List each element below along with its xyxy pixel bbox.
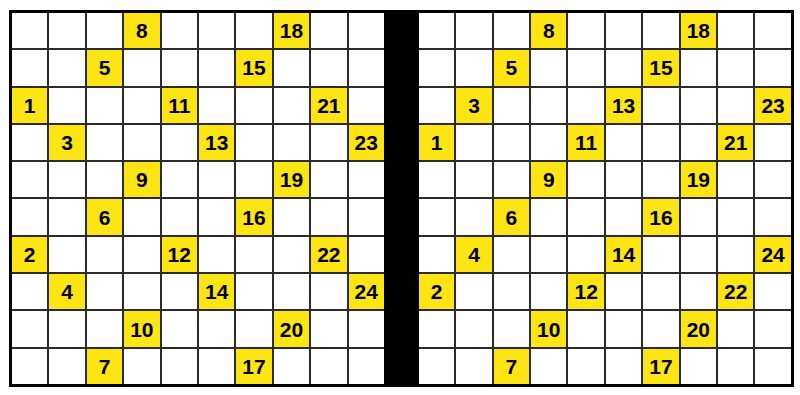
right-cell-r0c1-empty[interactable]	[456, 13, 491, 48]
left-cell-r7c1-clue: 4	[49, 274, 84, 309]
left-cell-r1c6-clue: 15	[236, 50, 271, 85]
right-cell-r2c8-empty[interactable]	[718, 88, 753, 123]
right-cell-r6c1-clue: 4	[456, 237, 491, 272]
right-cell-r1c6-clue: 15	[643, 50, 678, 85]
right-cell-r0c6-empty[interactable]	[643, 13, 678, 48]
right-cell-r8c4-empty[interactable]	[568, 311, 603, 346]
right-cell-r0c3-clue: 8	[531, 13, 566, 48]
left-cell-r0c5-empty[interactable]	[199, 13, 234, 48]
left-cell-r2c9-empty[interactable]	[349, 88, 384, 123]
right-cell-r7c8-clue: 22	[718, 274, 753, 309]
right-cell-r7c7-empty[interactable]	[681, 274, 716, 309]
left-cell-r3c1-clue: 3	[49, 125, 84, 160]
right-cell-r3c2-empty[interactable]	[494, 125, 529, 160]
right-cell-r9c3-empty[interactable]	[531, 349, 566, 384]
left-cell-r5c1-empty[interactable]	[49, 199, 84, 234]
right-cell-r1c3-empty[interactable]	[531, 50, 566, 85]
left-cell-r2c3-empty[interactable]	[124, 88, 159, 123]
right-cell-r4c7-clue: 19	[681, 162, 716, 197]
right-cell-r8c8-empty[interactable]	[718, 311, 753, 346]
left-cell-r4c3-clue: 9	[124, 162, 159, 197]
left-cell-r0c9-empty[interactable]	[349, 13, 384, 48]
right-cell-r7c3-empty[interactable]	[531, 274, 566, 309]
right-cell-r9c5-empty[interactable]	[606, 349, 641, 384]
right-cell-r6c4-empty[interactable]	[568, 237, 603, 272]
left-cell-r6c4-clue: 12	[162, 237, 197, 272]
right-cell-r9c7-empty[interactable]	[681, 349, 716, 384]
right-cell-r8c5-empty[interactable]	[606, 311, 641, 346]
right-cell-r6c3-empty[interactable]	[531, 237, 566, 272]
right-puzzle-grid: 818515313231112191961641424212221020717	[416, 10, 794, 387]
left-cell-r9c2-clue: 7	[87, 349, 122, 384]
right-cell-r3c7-empty[interactable]	[681, 125, 716, 160]
left-cell-r4c8-empty[interactable]	[311, 162, 346, 197]
left-cell-r7c2-empty[interactable]	[87, 274, 122, 309]
right-cell-r2c6-empty[interactable]	[643, 88, 678, 123]
right-cell-r8c1-empty[interactable]	[456, 311, 491, 346]
left-cell-r8c5-empty[interactable]	[199, 311, 234, 346]
right-cell-r4c3-clue: 9	[531, 162, 566, 197]
left-cell-r4c4-empty[interactable]	[162, 162, 197, 197]
right-cell-r1c1-empty[interactable]	[456, 50, 491, 85]
left-cell-r1c3-empty[interactable]	[124, 50, 159, 85]
right-cell-r9c2-clue: 7	[494, 349, 529, 384]
left-cell-r9c1-empty[interactable]	[49, 349, 84, 384]
right-cell-r7c5-empty[interactable]	[606, 274, 641, 309]
right-cell-r6c6-empty[interactable]	[643, 237, 678, 272]
right-cell-r5c5-empty[interactable]	[606, 199, 641, 234]
right-cell-r2c3-empty[interactable]	[531, 88, 566, 123]
left-cell-r7c3-empty[interactable]	[124, 274, 159, 309]
right-cell-r3c5-empty[interactable]	[606, 125, 641, 160]
left-cell-r8c1-empty[interactable]	[49, 311, 84, 346]
right-cell-r0c7-clue: 18	[681, 13, 716, 48]
right-cell-r1c8-empty[interactable]	[718, 50, 753, 85]
right-cell-r1c5-empty[interactable]	[606, 50, 641, 85]
right-cell-r7c0-clue: 2	[419, 274, 454, 309]
right-cell-r0c5-empty[interactable]	[606, 13, 641, 48]
right-cell-r2c1-clue: 3	[456, 88, 491, 123]
right-cell-r3c3-empty[interactable]	[531, 125, 566, 160]
left-cell-r1c2-clue: 5	[87, 50, 122, 85]
left-cell-r6c0-clue: 2	[12, 237, 47, 272]
right-cell-r0c2-empty[interactable]	[494, 13, 529, 48]
right-cell-r1c2-clue: 5	[494, 50, 529, 85]
left-cell-r6c6-empty[interactable]	[236, 237, 271, 272]
left-cell-r3c4-empty[interactable]	[162, 125, 197, 160]
left-cell-r8c2-empty[interactable]	[87, 311, 122, 346]
left-cell-r2c0-clue: 1	[12, 88, 47, 123]
left-cell-r4c0-empty[interactable]	[12, 162, 47, 197]
left-cell-r9c3-empty[interactable]	[124, 349, 159, 384]
left-cell-r8c3-clue: 10	[124, 311, 159, 346]
left-cell-r4c2-empty[interactable]	[87, 162, 122, 197]
left-cell-r2c7-empty[interactable]	[274, 88, 309, 123]
left-cell-r3c3-empty[interactable]	[124, 125, 159, 160]
left-cell-r6c3-empty[interactable]	[124, 237, 159, 272]
left-cell-r7c9-clue: 24	[349, 274, 384, 309]
right-cell-r4c0-empty[interactable]	[419, 162, 454, 197]
right-cell-r4c4-empty[interactable]	[568, 162, 603, 197]
left-cell-r9c4-empty[interactable]	[162, 349, 197, 384]
right-cell-r9c8-empty[interactable]	[718, 349, 753, 384]
left-cell-r7c6-empty[interactable]	[236, 274, 271, 309]
left-cell-r8c8-empty[interactable]	[311, 311, 346, 346]
left-cell-r2c5-empty[interactable]	[199, 88, 234, 123]
right-cell-r4c1-empty[interactable]	[456, 162, 491, 197]
left-cell-r9c0-empty[interactable]	[12, 349, 47, 384]
center-divider	[387, 10, 416, 387]
right-cell-r3c8-clue: 21	[718, 125, 753, 160]
left-cell-r1c1-empty[interactable]	[49, 50, 84, 85]
right-cell-r2c9-clue: 23	[755, 88, 790, 123]
right-cell-r3c9-empty[interactable]	[755, 125, 790, 160]
right-cell-r9c0-empty[interactable]	[419, 349, 454, 384]
left-cell-r8c4-empty[interactable]	[162, 311, 197, 346]
right-cell-r1c4-empty[interactable]	[568, 50, 603, 85]
right-cell-r1c9-empty[interactable]	[755, 50, 790, 85]
right-cell-r8c3-clue: 10	[531, 311, 566, 346]
left-cell-r5c8-empty[interactable]	[311, 199, 346, 234]
right-cell-r5c9-empty[interactable]	[755, 199, 790, 234]
right-cell-r6c7-empty[interactable]	[681, 237, 716, 272]
left-cell-r7c7-empty[interactable]	[274, 274, 309, 309]
left-cell-r5c9-empty[interactable]	[349, 199, 384, 234]
left-cell-r5c6-clue: 16	[236, 199, 271, 234]
left-cell-r3c2-empty[interactable]	[87, 125, 122, 160]
right-cell-r4c2-empty[interactable]	[494, 162, 529, 197]
right-cell-r9c6-clue: 17	[643, 349, 678, 384]
right-cell-r5c8-empty[interactable]	[718, 199, 753, 234]
left-cell-r9c6-clue: 17	[236, 349, 271, 384]
right-cell-r2c7-empty[interactable]	[681, 88, 716, 123]
right-cell-r4c5-empty[interactable]	[606, 162, 641, 197]
left-cell-r4c9-empty[interactable]	[349, 162, 384, 197]
right-cell-r7c2-empty[interactable]	[494, 274, 529, 309]
right-cell-r3c0-clue: 1	[419, 125, 454, 160]
right-cell-r9c1-empty[interactable]	[456, 349, 491, 384]
left-cell-r9c5-empty[interactable]	[199, 349, 234, 384]
right-cell-r7c6-empty[interactable]	[643, 274, 678, 309]
right-cell-r0c0-empty[interactable]	[419, 13, 454, 48]
left-cell-r0c6-empty[interactable]	[236, 13, 271, 48]
left-cell-r1c7-empty[interactable]	[274, 50, 309, 85]
left-cell-r7c5-clue: 14	[199, 274, 234, 309]
left-cell-r8c7-clue: 20	[274, 311, 309, 346]
right-cell-r9c4-empty[interactable]	[568, 349, 603, 384]
left-cell-r7c0-empty[interactable]	[12, 274, 47, 309]
left-cell-r8c9-empty[interactable]	[349, 311, 384, 346]
puzzle-boards: 818515111213132391961621222414241020717 …	[9, 10, 794, 387]
left-cell-r5c5-empty[interactable]	[199, 199, 234, 234]
right-cell-r6c2-empty[interactable]	[494, 237, 529, 272]
left-cell-r4c7-clue: 19	[274, 162, 309, 197]
right-cell-r8c0-empty[interactable]	[419, 311, 454, 346]
right-cell-r2c2-empty[interactable]	[494, 88, 529, 123]
left-cell-r2c2-empty[interactable]	[87, 88, 122, 123]
left-cell-r0c7-clue: 18	[274, 13, 309, 48]
left-cell-r5c3-empty[interactable]	[124, 199, 159, 234]
right-cell-r6c9-clue: 24	[755, 237, 790, 272]
right-cell-r5c7-empty[interactable]	[681, 199, 716, 234]
left-cell-r4c6-empty[interactable]	[236, 162, 271, 197]
left-cell-r5c0-empty[interactable]	[12, 199, 47, 234]
right-cell-r3c1-empty[interactable]	[456, 125, 491, 160]
right-cell-r4c8-empty[interactable]	[718, 162, 753, 197]
left-cell-r2c6-empty[interactable]	[236, 88, 271, 123]
right-cell-r3c4-clue: 11	[568, 125, 603, 160]
right-cell-r5c6-clue: 16	[643, 199, 678, 234]
left-cell-r6c2-empty[interactable]	[87, 237, 122, 272]
left-cell-r6c8-clue: 22	[311, 237, 346, 272]
left-cell-r2c8-clue: 21	[311, 88, 346, 123]
left-cell-r3c5-clue: 13	[199, 125, 234, 160]
right-cell-r5c2-clue: 6	[494, 199, 529, 234]
left-cell-r3c0-empty[interactable]	[12, 125, 47, 160]
right-cell-r8c9-empty[interactable]	[755, 311, 790, 346]
right-cell-r8c2-empty[interactable]	[494, 311, 529, 346]
left-cell-r0c1-empty[interactable]	[49, 13, 84, 48]
left-cell-r1c0-empty[interactable]	[12, 50, 47, 85]
left-cell-r6c1-empty[interactable]	[49, 237, 84, 272]
left-cell-r9c7-empty[interactable]	[274, 349, 309, 384]
right-cell-r2c0-empty[interactable]	[419, 88, 454, 123]
right-cell-r8c6-empty[interactable]	[643, 311, 678, 346]
right-cell-r7c4-clue: 12	[568, 274, 603, 309]
left-cell-r4c5-empty[interactable]	[199, 162, 234, 197]
right-cell-r7c9-empty[interactable]	[755, 274, 790, 309]
left-cell-r0c4-empty[interactable]	[162, 13, 197, 48]
left-cell-r2c1-empty[interactable]	[49, 88, 84, 123]
left-cell-r0c3-clue: 8	[124, 13, 159, 48]
right-cell-r5c4-empty[interactable]	[568, 199, 603, 234]
right-cell-r2c4-empty[interactable]	[568, 88, 603, 123]
left-cell-r8c0-empty[interactable]	[12, 311, 47, 346]
right-cell-r2c5-clue: 13	[606, 88, 641, 123]
left-cell-r5c2-clue: 6	[87, 199, 122, 234]
left-cell-r7c4-empty[interactable]	[162, 274, 197, 309]
right-cell-r6c0-empty[interactable]	[419, 237, 454, 272]
right-cell-r1c0-empty[interactable]	[419, 50, 454, 85]
right-cell-r7c1-empty[interactable]	[456, 274, 491, 309]
left-cell-r4c1-empty[interactable]	[49, 162, 84, 197]
left-cell-r9c9-empty[interactable]	[349, 349, 384, 384]
left-cell-r1c5-empty[interactable]	[199, 50, 234, 85]
left-cell-r1c9-empty[interactable]	[349, 50, 384, 85]
left-cell-r0c2-empty[interactable]	[87, 13, 122, 48]
left-cell-r5c7-empty[interactable]	[274, 199, 309, 234]
left-cell-r3c8-empty[interactable]	[311, 125, 346, 160]
left-cell-r9c8-empty[interactable]	[311, 349, 346, 384]
puzzle-page: 818515111213132391961621222414241020717 …	[0, 0, 800, 395]
right-cell-r3c6-empty[interactable]	[643, 125, 678, 160]
right-cell-r5c3-empty[interactable]	[531, 199, 566, 234]
right-cell-r8c7-clue: 20	[681, 311, 716, 346]
right-cell-r0c8-empty[interactable]	[718, 13, 753, 48]
left-cell-r5c4-empty[interactable]	[162, 199, 197, 234]
left-cell-r6c9-empty[interactable]	[349, 237, 384, 272]
right-cell-r0c4-empty[interactable]	[568, 13, 603, 48]
right-cell-r5c0-empty[interactable]	[419, 199, 454, 234]
left-puzzle-grid: 818515111213132391961621222414241020717	[9, 10, 387, 387]
right-cell-r4c9-empty[interactable]	[755, 162, 790, 197]
left-cell-r7c8-empty[interactable]	[311, 274, 346, 309]
right-cell-r9c9-empty[interactable]	[755, 349, 790, 384]
left-cell-r0c8-empty[interactable]	[311, 13, 346, 48]
right-cell-r4c6-empty[interactable]	[643, 162, 678, 197]
left-cell-r2c4-clue: 11	[162, 88, 197, 123]
left-cell-r6c7-empty[interactable]	[274, 237, 309, 272]
right-cell-r6c8-empty[interactable]	[718, 237, 753, 272]
left-cell-r1c8-empty[interactable]	[311, 50, 346, 85]
right-cell-r1c7-empty[interactable]	[681, 50, 716, 85]
left-cell-r0c0-empty[interactable]	[12, 13, 47, 48]
left-cell-r3c6-empty[interactable]	[236, 125, 271, 160]
right-cell-r0c9-empty[interactable]	[755, 13, 790, 48]
left-cell-r3c9-clue: 23	[349, 125, 384, 160]
right-cell-r6c5-clue: 14	[606, 237, 641, 272]
left-cell-r6c5-empty[interactable]	[199, 237, 234, 272]
left-cell-r3c7-empty[interactable]	[274, 125, 309, 160]
left-cell-r8c6-empty[interactable]	[236, 311, 271, 346]
right-cell-r5c1-empty[interactable]	[456, 199, 491, 234]
left-cell-r1c4-empty[interactable]	[162, 50, 197, 85]
